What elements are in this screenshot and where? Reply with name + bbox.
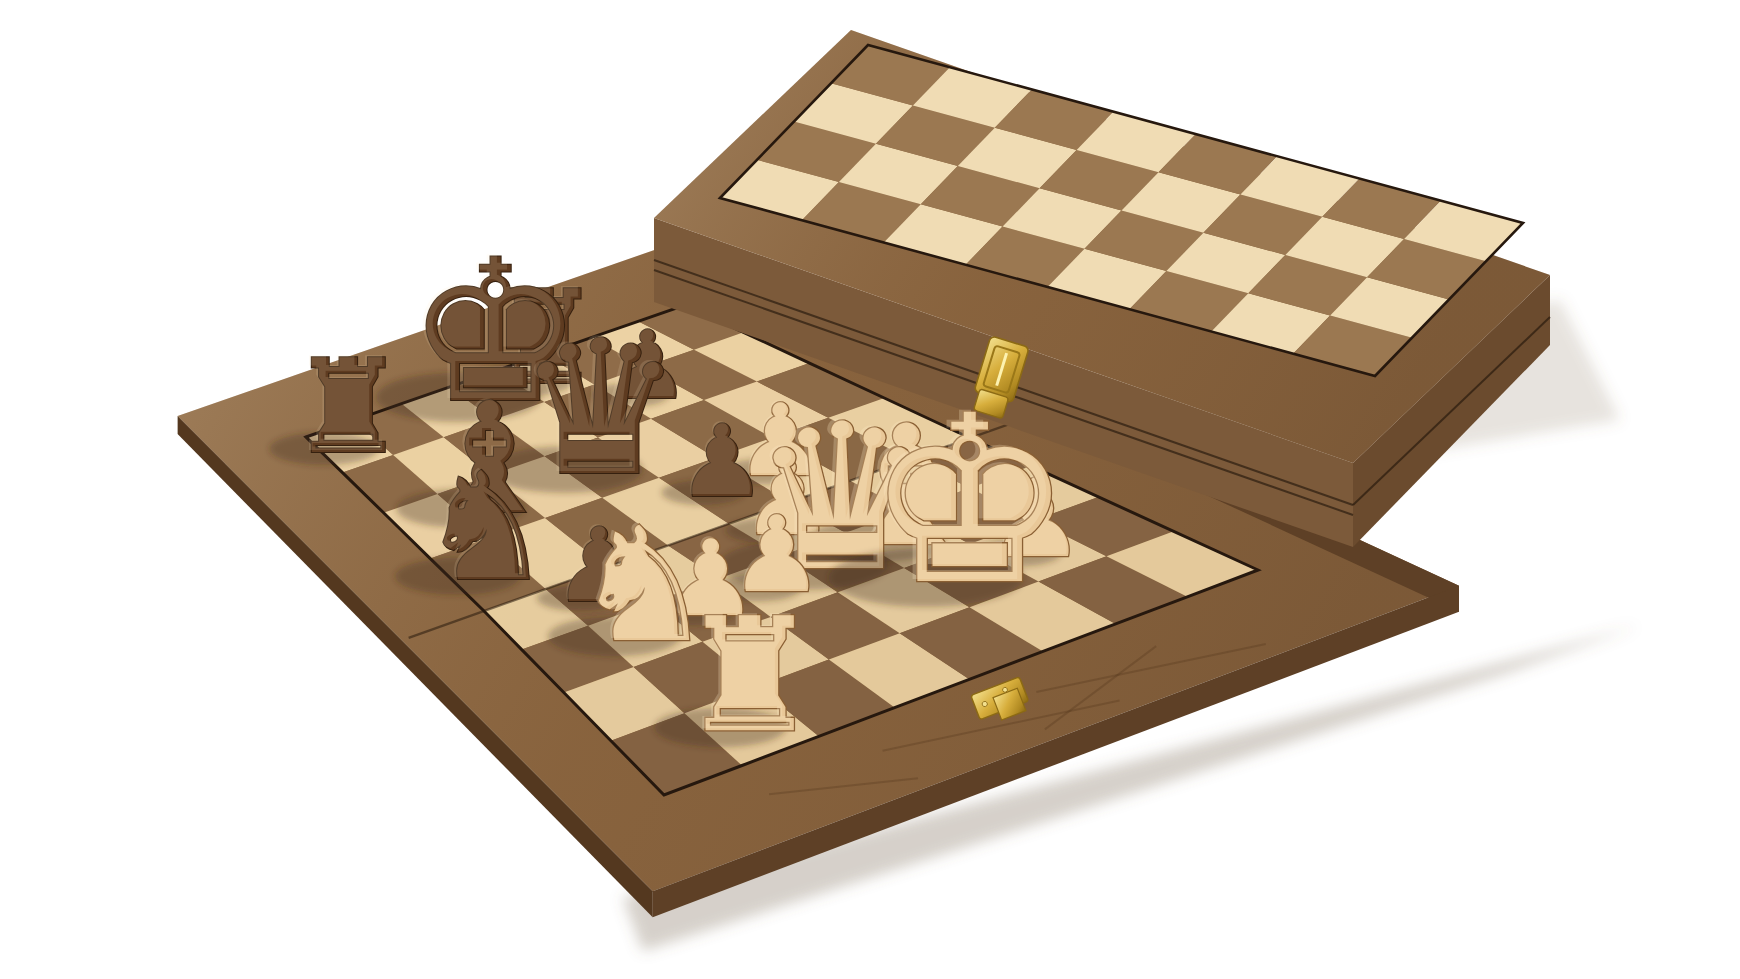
piece-highlight: ♜ [676,582,817,765]
chess-set-product-photo: ♜♜♟♟♚♚♜♜♛♛♟♟♟♟♝♝♟♟♝♝♟♟♛♛♞♞♚♚♟♟♟♟♟♟♞♞♜♜ [0,0,1740,979]
piece-highlight: ♜ [288,330,404,481]
piece-highlight: ♚ [861,364,1069,634]
scene-svg: ♜♜♟♟♚♚♜♜♛♛♟♟♟♟♝♝♟♟♝♝♟♟♛♛♞♞♚♚♟♟♟♟♟♟♞♞♜♜ [0,0,1740,979]
piece-highlight: ♞ [416,438,550,612]
